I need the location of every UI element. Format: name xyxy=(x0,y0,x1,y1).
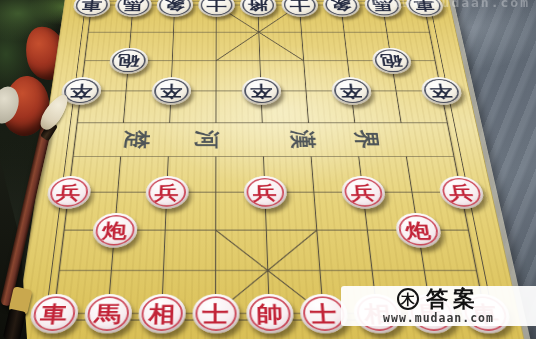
board-point xyxy=(139,211,191,250)
board-point xyxy=(376,107,427,140)
board-point xyxy=(283,76,330,107)
board-point xyxy=(321,18,367,46)
board-point: 象 xyxy=(319,0,364,18)
piece-character: 卒 xyxy=(429,83,454,98)
piece-character: 士 xyxy=(206,0,227,12)
piece-red-soldier[interactable]: 兵 xyxy=(340,176,387,209)
board-point xyxy=(102,76,150,107)
piece-black-soldier[interactable]: 卒 xyxy=(241,77,281,105)
piece-character: 卒 xyxy=(160,83,183,98)
board-point: 兵 xyxy=(433,174,489,211)
board-point: 馬 xyxy=(111,0,155,18)
board-point xyxy=(380,139,433,174)
board-point xyxy=(279,18,324,46)
board-point xyxy=(47,139,99,174)
board-point xyxy=(324,46,371,75)
piece-ring xyxy=(302,296,346,331)
board-point xyxy=(151,18,195,46)
piece-ring xyxy=(440,178,483,207)
piece-black-soldier[interactable]: 卒 xyxy=(419,77,464,105)
board-point xyxy=(427,139,481,174)
board-point: 兵 xyxy=(141,174,192,211)
board-point xyxy=(406,18,454,46)
piece-character: 馬 xyxy=(122,0,143,12)
piece-black-advisor[interactable]: 士 xyxy=(198,0,235,17)
board-point xyxy=(330,107,380,140)
piece-black-soldier[interactable]: 卒 xyxy=(151,77,191,105)
piece-character: 卒 xyxy=(69,83,93,98)
piece-ring xyxy=(343,178,384,207)
board-point xyxy=(36,211,91,250)
piece-character: 砲 xyxy=(379,53,403,68)
board-point: 卒 xyxy=(416,76,467,107)
piece-character: 車 xyxy=(80,0,102,12)
board-point xyxy=(281,46,327,75)
piece-character: 象 xyxy=(164,0,185,12)
board-point xyxy=(190,211,241,250)
board-point: 士 xyxy=(195,0,237,18)
piece-red-soldier[interactable]: 兵 xyxy=(45,176,92,209)
piece-black-cannon[interactable]: 砲 xyxy=(108,48,148,74)
piece-ring xyxy=(140,296,183,331)
board-point xyxy=(237,18,281,46)
board-point: 砲 xyxy=(105,46,151,75)
piece-ring xyxy=(246,178,285,207)
piece-black-elephant[interactable]: 象 xyxy=(156,0,193,17)
piece-red-cannon[interactable]: 炮 xyxy=(393,213,443,248)
board-point xyxy=(191,174,241,211)
watermark-brand-row: 木 答案 xyxy=(397,288,480,310)
faint-watermark-url: www.mudaan.com xyxy=(392,0,530,10)
piece-ring xyxy=(396,215,439,245)
piece-ring xyxy=(147,178,186,207)
board-point xyxy=(146,107,194,140)
board-point xyxy=(99,107,148,140)
board-point xyxy=(239,139,288,174)
board-point xyxy=(192,107,239,140)
piece-ring xyxy=(248,296,290,331)
board-point xyxy=(364,18,411,46)
board-point xyxy=(440,211,498,250)
board-point: 帥 xyxy=(242,292,298,336)
board-point xyxy=(30,250,87,292)
board-point xyxy=(421,107,474,140)
board-point xyxy=(143,139,192,174)
board-point xyxy=(189,250,242,292)
piece-red-elephant[interactable]: 相 xyxy=(137,294,186,333)
board-point xyxy=(136,250,190,292)
piece-character: 卒 xyxy=(339,83,363,98)
piece-black-cannon[interactable]: 砲 xyxy=(370,48,412,74)
board-point xyxy=(91,174,143,211)
board-point: 炮 xyxy=(390,211,447,250)
piece-red-horse[interactable]: 馬 xyxy=(82,294,132,333)
board-point xyxy=(286,139,336,174)
board-point xyxy=(193,76,239,107)
faint-watermark: 木 www.mudaan.com xyxy=(373,0,530,10)
board-point: 馬 xyxy=(79,292,137,336)
board-point: 炮 xyxy=(87,211,141,250)
piece-red-soldier[interactable]: 兵 xyxy=(144,176,188,209)
piece-black-chariot[interactable]: 車 xyxy=(72,0,111,17)
board-point: 士 xyxy=(278,0,322,18)
board-point: 兵 xyxy=(337,174,390,211)
watermark-mudaan: 木 答案 www.mudaan.com xyxy=(341,286,536,326)
board-point xyxy=(371,76,421,107)
board-point: 相 xyxy=(133,292,189,336)
board-point xyxy=(284,107,333,140)
board-point: 卒 xyxy=(327,76,376,107)
board-point: 士 xyxy=(188,292,243,336)
board-point xyxy=(61,46,108,75)
board-point: 兵 xyxy=(42,174,96,211)
board-point: 卒 xyxy=(148,76,194,107)
watermark-url: www.mudaan.com xyxy=(383,311,494,325)
piece-black-horse[interactable]: 馬 xyxy=(114,0,152,17)
piece-character: 砲 xyxy=(117,53,140,68)
photo-scene: 楚 河 漢 界 車馬象士將士象馬車砲砲卒卒卒卒卒兵兵兵兵兵炮炮車馬相士帥士相馬車… xyxy=(0,0,536,339)
board-point xyxy=(333,139,385,174)
board-point xyxy=(411,46,461,75)
piece-ring xyxy=(94,215,135,245)
board-point xyxy=(83,250,139,292)
board-point: 兵 xyxy=(240,174,290,211)
piece-black-general[interactable]: 將 xyxy=(239,0,276,17)
piece-ring xyxy=(48,178,89,207)
board-point xyxy=(95,139,145,174)
piece-black-advisor[interactable]: 士 xyxy=(281,0,319,17)
piece-red-advisor[interactable]: 士 xyxy=(192,294,240,333)
piece-black-soldier[interactable]: 卒 xyxy=(330,77,373,105)
board-point: 卒 xyxy=(238,76,284,107)
piece-character: 卒 xyxy=(250,83,273,98)
board-point xyxy=(290,211,344,250)
board-point xyxy=(340,211,395,250)
board-point: 砲 xyxy=(367,46,415,75)
piece-character: 將 xyxy=(247,0,268,12)
board-point xyxy=(238,46,283,75)
board-point xyxy=(288,174,340,211)
piece-ring xyxy=(195,296,237,331)
piece-red-cannon[interactable]: 炮 xyxy=(91,213,138,248)
board-point: 將 xyxy=(237,0,280,18)
board-point xyxy=(149,46,194,75)
board-point xyxy=(385,174,440,211)
board-point xyxy=(293,250,348,292)
board-point: 車 xyxy=(69,0,114,18)
mudaan-logo-icon: 木 xyxy=(373,0,387,10)
board-point xyxy=(241,211,293,250)
piece-red-soldier[interactable]: 兵 xyxy=(243,176,287,209)
piece-black-elephant[interactable]: 象 xyxy=(322,0,361,17)
board-point xyxy=(194,46,238,75)
board-point xyxy=(195,18,238,46)
piece-character: 士 xyxy=(289,0,310,12)
board-point: 象 xyxy=(153,0,196,18)
watermark-brand: 答案 xyxy=(426,288,480,310)
board-point xyxy=(239,107,287,140)
piece-red-chariot[interactable]: 車 xyxy=(28,294,80,333)
board-point: 車 xyxy=(24,292,83,336)
piece-red-soldier[interactable]: 兵 xyxy=(437,176,486,209)
piece-red-general[interactable]: 帥 xyxy=(246,294,295,333)
board-point xyxy=(65,18,111,46)
piece-character: 象 xyxy=(330,0,352,12)
piece-ring xyxy=(31,296,76,331)
board-point xyxy=(192,139,240,174)
mudaan-logo-icon: 木 xyxy=(397,288,419,310)
board-point xyxy=(241,250,295,292)
piece-ring xyxy=(86,296,130,331)
board-point xyxy=(108,18,153,46)
